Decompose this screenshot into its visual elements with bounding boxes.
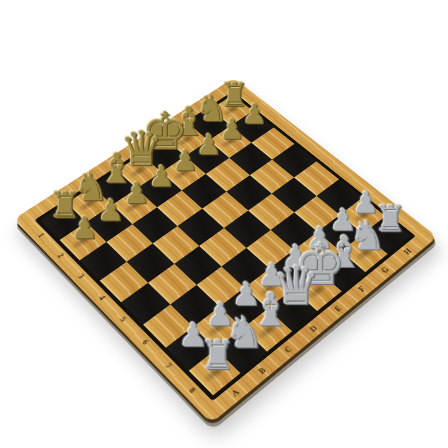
rank-label-5: 5: [118, 316, 127, 324]
rank-label-3: 3: [76, 273, 85, 280]
square-c4[interactable]: [153, 226, 200, 264]
rank-label-4: 4: [97, 294, 106, 301]
rank-label-6: 6: [140, 339, 150, 347]
square-b4[interactable]: [127, 244, 174, 283]
square-a4[interactable]: [100, 262, 148, 302]
file-label-h: H: [403, 248, 413, 256]
file-label-f: F: [357, 285, 367, 293]
file-label-b: B: [257, 366, 267, 375]
product-photo-scene: 12345678ABCDEFGH♜♞♝♛♚♝♞♜♟♟♟♟♟♟♟♟♟♟♟♟♟♟♟♟…: [0, 0, 448, 448]
file-label-e: E: [333, 305, 343, 314]
rank-label-8: 8: [187, 386, 197, 394]
rank-label-2: 2: [56, 253, 65, 260]
file-label-a: A: [230, 388, 241, 398]
file-label-d: D: [308, 324, 319, 333]
square-a3[interactable]: [79, 242, 126, 281]
rank-label-1: 1: [36, 233, 45, 240]
file-label-c: C: [283, 345, 294, 354]
rank-label-7: 7: [163, 362, 173, 370]
chess-board: 12345678ABCDEFGH♜♞♝♛♚♝♞♜♟♟♟♟♟♟♟♟♟♟♟♟♟♟♟♟…: [14, 78, 438, 423]
file-label-g: G: [380, 266, 390, 275]
gold-pawn-icon: ♟: [51, 213, 120, 243]
silver-rook-icon: ♜: [180, 335, 256, 375]
